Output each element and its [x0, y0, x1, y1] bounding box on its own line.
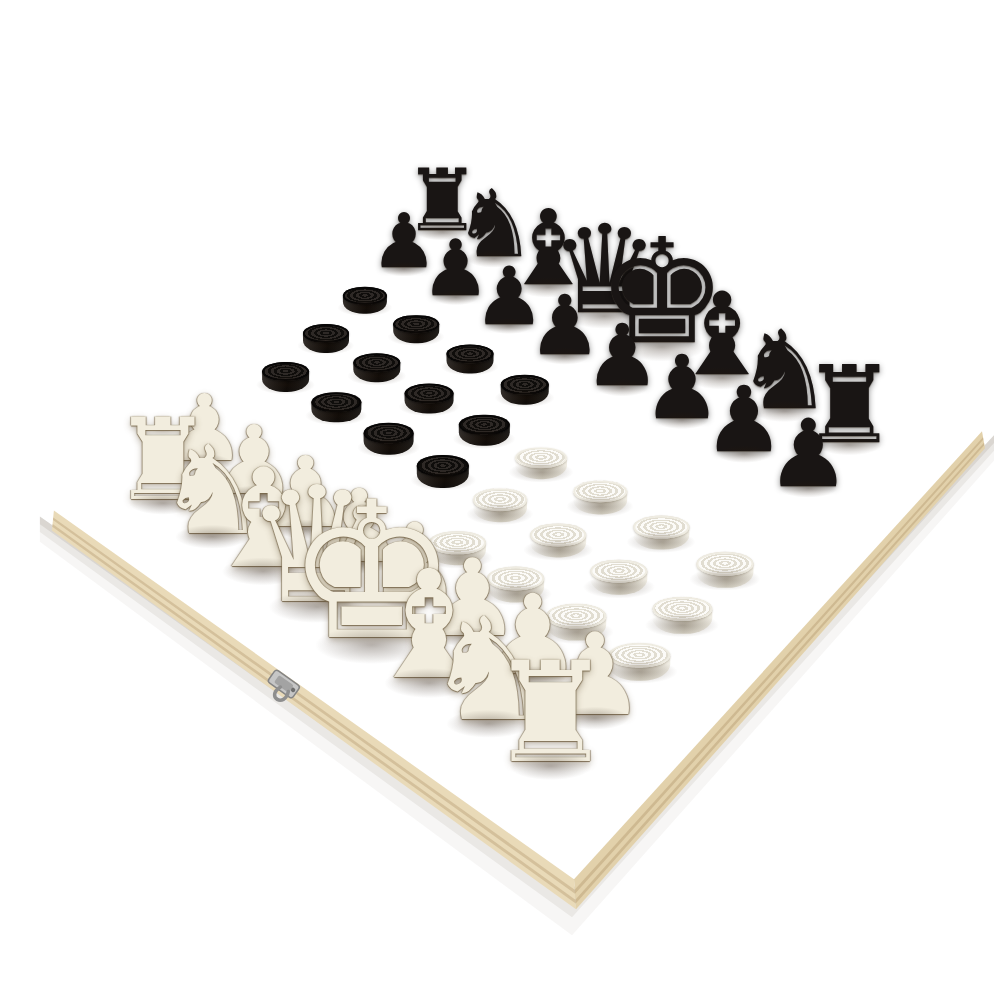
product-photo-canvas: AABBCCDDEEFFGGHH1122334455667788 ♜♞♝♛♚♝♞…	[0, 0, 1000, 1000]
board-drop-shadow	[40, 435, 994, 903]
board-side-front-left	[52, 511, 576, 910]
board-underside-shadow-layer	[0, 0, 1000, 1000]
plywood-stripe	[575, 443, 984, 904]
board-side-front-right	[574, 431, 985, 909]
plywood-stripe	[575, 437, 984, 894]
plywood-stripe	[53, 518, 575, 894]
plywood-stripe	[52, 524, 575, 904]
